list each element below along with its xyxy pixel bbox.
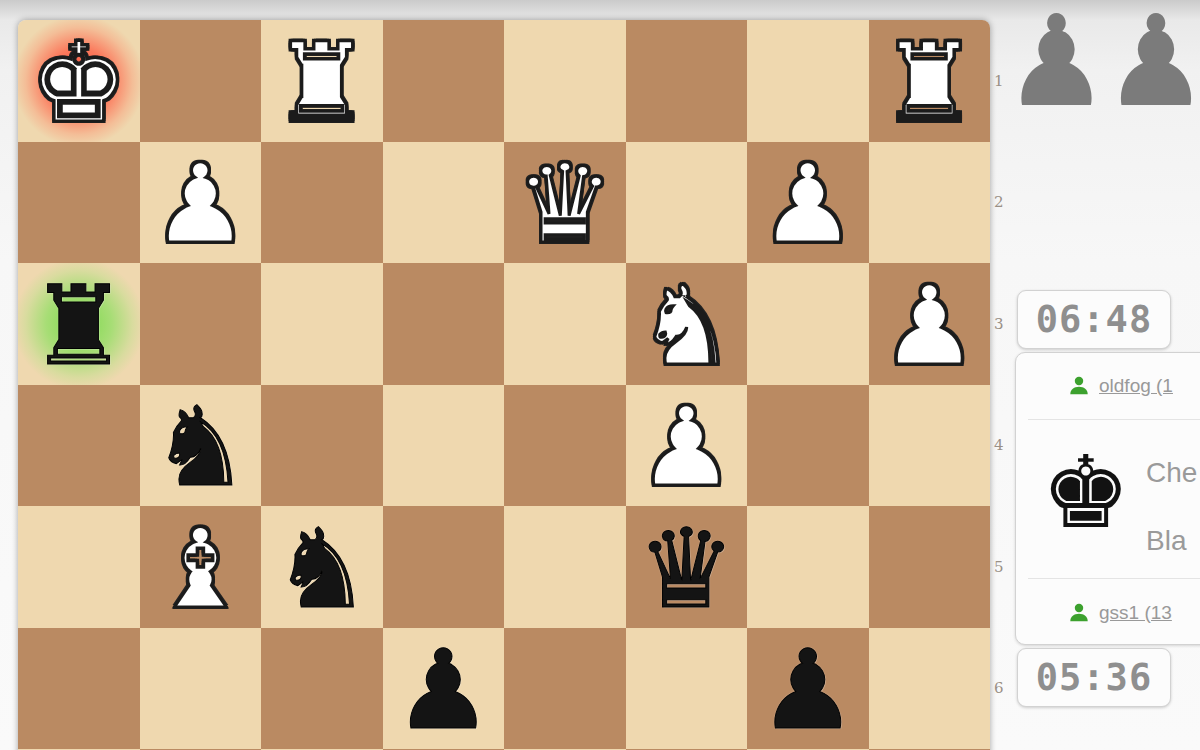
- chess-board: ♚♜♜♟♛♟♜♞♟♞♟♝♞♛♟♟: [18, 20, 990, 750]
- square-a1[interactable]: ♜: [869, 20, 991, 142]
- piece-black-rook[interactable]: ♜: [29, 271, 128, 381]
- bottom-player-name-link[interactable]: gss1 (13: [1099, 602, 1172, 624]
- rank-label-4: 4: [994, 436, 1014, 454]
- square-g3[interactable]: [140, 263, 262, 385]
- piece-black-pawn[interactable]: ♟: [394, 635, 493, 745]
- square-a2[interactable]: [869, 142, 991, 264]
- square-h4[interactable]: [18, 385, 140, 507]
- captured-pieces-tray: ♟♟♝♞: [1004, 0, 1200, 120]
- square-g2[interactable]: ♟: [140, 142, 262, 264]
- bottom-clock-time: 05:36: [1036, 656, 1152, 699]
- rank-label-6: 6: [994, 679, 1014, 697]
- captured-piece-pawn: ♟: [1004, 4, 1109, 120]
- piece-black-knight[interactable]: ♞: [151, 392, 250, 502]
- square-h3[interactable]: ♜: [18, 263, 140, 385]
- square-d1[interactable]: [504, 20, 626, 142]
- square-a5[interactable]: [869, 506, 991, 628]
- square-d2[interactable]: ♛: [504, 142, 626, 264]
- square-c5[interactable]: ♛: [626, 506, 748, 628]
- top-clock-time: 06:48: [1036, 298, 1152, 341]
- piece-white-rook[interactable]: ♜: [272, 28, 371, 138]
- square-g4[interactable]: ♞: [140, 385, 262, 507]
- square-f5[interactable]: ♞: [261, 506, 383, 628]
- green-person-icon: [1068, 602, 1090, 624]
- top-player-row: oldfog (1: [1068, 375, 1173, 397]
- captured-piece-pawn: ♟: [1103, 4, 1200, 120]
- rank-label-2: 2: [994, 193, 1014, 211]
- square-e1[interactable]: [383, 20, 505, 142]
- square-e3[interactable]: [383, 263, 505, 385]
- square-h2[interactable]: [18, 142, 140, 264]
- square-a6[interactable]: [869, 628, 991, 750]
- square-a4[interactable]: [869, 385, 991, 507]
- top-player-clock: 06:48: [1017, 290, 1171, 349]
- square-e4[interactable]: [383, 385, 505, 507]
- bottom-player-row: gss1 (13: [1068, 602, 1172, 624]
- rank-label-3: 3: [994, 315, 1014, 333]
- panel-divider: [1028, 419, 1200, 420]
- square-h1[interactable]: ♚: [18, 20, 140, 142]
- status-line-2: Bla: [1146, 525, 1186, 557]
- piece-white-pawn[interactable]: ♟: [880, 271, 979, 381]
- bottom-player-clock: 05:36: [1017, 648, 1171, 707]
- square-b3[interactable]: [747, 263, 869, 385]
- green-person-icon: [1068, 375, 1090, 397]
- square-h6[interactable]: [18, 628, 140, 750]
- square-b1[interactable]: [747, 20, 869, 142]
- square-b6[interactable]: ♟: [747, 628, 869, 750]
- square-c2[interactable]: [626, 142, 748, 264]
- black-king-icon: ♚: [1041, 443, 1131, 543]
- square-h5[interactable]: [18, 506, 140, 628]
- square-e5[interactable]: [383, 506, 505, 628]
- piece-white-pawn[interactable]: ♟: [758, 149, 857, 259]
- square-f2[interactable]: [261, 142, 383, 264]
- square-d5[interactable]: [504, 506, 626, 628]
- rank-label-5: 5: [994, 558, 1014, 576]
- square-b5[interactable]: [747, 506, 869, 628]
- square-d4[interactable]: [504, 385, 626, 507]
- square-c6[interactable]: [626, 628, 748, 750]
- square-f1[interactable]: ♜: [261, 20, 383, 142]
- square-g6[interactable]: [140, 628, 262, 750]
- panel-divider: [1028, 578, 1200, 579]
- square-d3[interactable]: [504, 263, 626, 385]
- square-e6[interactable]: ♟: [383, 628, 505, 750]
- live-chess-page: ♚♜♜♟♛♟♜♞♟♞♟♝♞♛♟♟ 1 2 3 4 5 6 ♟♟♝♞ 06:48 …: [0, 0, 1200, 750]
- players-panel: oldfog (1 ♚ Che Bla gss1 (13: [1015, 352, 1200, 645]
- piece-white-queen[interactable]: ♛: [515, 149, 614, 259]
- square-f6[interactable]: [261, 628, 383, 750]
- square-b4[interactable]: [747, 385, 869, 507]
- piece-white-pawn[interactable]: ♟: [637, 392, 736, 502]
- piece-white-rook[interactable]: ♜: [880, 28, 979, 138]
- square-d6[interactable]: [504, 628, 626, 750]
- square-b2[interactable]: ♟: [747, 142, 869, 264]
- piece-white-pawn[interactable]: ♟: [151, 149, 250, 259]
- piece-white-knight[interactable]: ♞: [637, 271, 736, 381]
- piece-black-knight[interactable]: ♞: [272, 514, 371, 624]
- square-c3[interactable]: ♞: [626, 263, 748, 385]
- square-f4[interactable]: [261, 385, 383, 507]
- square-a3[interactable]: ♟: [869, 263, 991, 385]
- square-f3[interactable]: [261, 263, 383, 385]
- piece-black-queen[interactable]: ♛: [637, 514, 736, 624]
- square-e2[interactable]: [383, 142, 505, 264]
- piece-white-bishop[interactable]: ♝: [151, 514, 250, 624]
- piece-black-pawn[interactable]: ♟: [758, 635, 857, 745]
- square-g5[interactable]: ♝: [140, 506, 262, 628]
- square-c1[interactable]: [626, 20, 748, 142]
- square-g1[interactable]: [140, 20, 262, 142]
- status-line-1: Che: [1146, 457, 1197, 489]
- square-c4[interactable]: ♟: [626, 385, 748, 507]
- piece-white-king[interactable]: ♚: [29, 28, 128, 138]
- top-player-name-link[interactable]: oldfog (1: [1099, 375, 1173, 397]
